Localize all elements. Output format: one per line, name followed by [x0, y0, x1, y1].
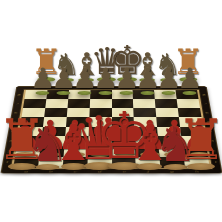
piece-base — [187, 163, 215, 170]
piece-base — [36, 91, 50, 95]
rank-label-right-7: 7 — [203, 102, 206, 104]
square-a7[interactable] — [23, 98, 46, 107]
piece-black-pawn[interactable]: ♟ — [177, 65, 202, 93]
piece-base — [183, 91, 197, 95]
piece-layer: ♜♞♝♛♚♝♞♜♟♟♟♟♟♟♟♟♟♟♟♟♟♟♟♟♜♞♝♛♚♝♞♜ — [0, 0, 222, 222]
piece-base — [162, 91, 176, 95]
decorative-chess-set-photo: abcdefgh 87654321 87654321 ♜♞♝♛♚♝♞♜♟♟♟♟♟… — [0, 0, 222, 222]
rank-label-left-7: 7 — [15, 102, 18, 104]
piece-base — [120, 91, 134, 95]
square-h7[interactable] — [176, 98, 199, 107]
piece-base — [57, 91, 71, 95]
square-b7[interactable] — [45, 98, 68, 107]
piece-base — [141, 91, 155, 95]
rank-label-right-8: 8 — [202, 93, 205, 95]
piece-base — [78, 91, 92, 95]
piece-base — [99, 91, 113, 95]
white-rook-glyph: ♜ — [176, 112, 222, 168]
square-g7[interactable] — [154, 98, 177, 107]
piece-white-rook[interactable]: ♜ — [176, 112, 222, 168]
black-pawn-glyph: ♟ — [177, 65, 202, 93]
rank-label-left-8: 8 — [17, 93, 20, 95]
